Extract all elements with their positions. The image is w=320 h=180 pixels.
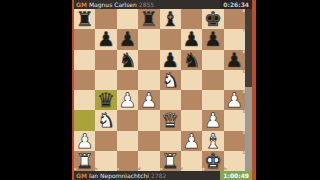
square-h3[interactable]: 3 <box>224 110 245 130</box>
square-c3[interactable] <box>117 110 138 130</box>
player-top-name: Magnus Carlsen <box>89 0 137 9</box>
square-h2[interactable]: 2 <box>224 131 245 151</box>
black-pawn[interactable]: ♟ <box>161 50 179 70</box>
square-f8[interactable] <box>181 9 202 29</box>
black-queen[interactable]: ♛ <box>97 90 115 110</box>
square-e5[interactable]: ♞ <box>160 70 181 90</box>
white-pawn[interactable]: ♟ <box>183 131 201 151</box>
square-f4[interactable] <box>181 90 202 110</box>
square-b4[interactable]: ♛ <box>95 90 116 110</box>
white-pawn[interactable]: ♟ <box>118 90 136 110</box>
square-g1[interactable]: ♚g <box>202 151 223 171</box>
square-a3[interactable] <box>74 110 95 130</box>
black-pawn[interactable]: ♟ <box>183 29 201 49</box>
player-top-title: GM <box>76 0 87 9</box>
board-panel: GM Magnus Carlsen 2855 0:26:34 ♜♜♝♚8♟♟♟♟… <box>74 0 252 180</box>
square-e1[interactable]: ♜e <box>160 151 181 171</box>
square-d4[interactable]: ♟ <box>138 90 159 110</box>
square-g8[interactable]: ♚ <box>202 9 223 29</box>
square-h4[interactable]: ♟4 <box>224 90 245 110</box>
square-d7[interactable] <box>138 29 159 49</box>
square-f2[interactable]: ♟ <box>181 131 202 151</box>
square-g3[interactable]: ♟ <box>202 110 223 130</box>
black-knight[interactable]: ♞ <box>118 50 136 70</box>
player-top-rating: 2855 <box>139 0 154 9</box>
square-e3[interactable]: ♛ <box>160 110 181 130</box>
square-a4[interactable] <box>74 90 95 110</box>
black-bishop[interactable]: ♝ <box>161 9 179 29</box>
broadcast-frame: GM Magnus Carlsen 2855 0:26:34 ♜♜♝♚8♟♟♟♟… <box>72 0 256 180</box>
square-a2[interactable]: ♟ <box>74 131 95 151</box>
square-f7[interactable]: ♟ <box>181 29 202 49</box>
square-g5[interactable] <box>202 70 223 90</box>
white-rook[interactable]: ♜ <box>76 151 94 171</box>
square-b8[interactable] <box>95 9 116 29</box>
square-c4[interactable]: ♟ <box>117 90 138 110</box>
black-pawn[interactable]: ♟ <box>118 29 136 49</box>
square-e6[interactable]: ♟ <box>160 50 181 70</box>
clock-bottom: 1:00:49 <box>220 171 252 180</box>
square-h1[interactable]: 1h <box>224 151 245 171</box>
square-a1[interactable]: ♜a <box>74 151 95 171</box>
white-queen[interactable]: ♛ <box>161 110 179 130</box>
square-g4[interactable] <box>202 90 223 110</box>
square-f5[interactable] <box>181 70 202 90</box>
eval-bar-white-part <box>245 87 252 171</box>
video-stage: GM Magnus Carlsen 2855 0:26:34 ♜♜♝♚8♟♟♟♟… <box>0 0 320 180</box>
square-g2[interactable]: ♝ <box>202 131 223 151</box>
player-bottom-rating: 2782 <box>151 171 166 180</box>
chess-board[interactable]: ♜♜♝♚8♟♟♟♟7♞♟♞♟6♞5♛♟♟♟4♞♛♟3♟♟♝2♜abcd♜ef♚g… <box>74 9 245 171</box>
white-king[interactable]: ♚ <box>204 151 222 171</box>
square-h7[interactable]: 7 <box>224 29 245 49</box>
square-d5[interactable] <box>138 70 159 90</box>
black-pawn[interactable]: ♟ <box>225 50 243 70</box>
square-a6[interactable] <box>74 50 95 70</box>
square-b2[interactable] <box>95 131 116 151</box>
square-a5[interactable] <box>74 70 95 90</box>
black-knight[interactable]: ♞ <box>183 50 201 70</box>
square-b1[interactable]: b <box>95 151 116 171</box>
square-f6[interactable]: ♞ <box>181 50 202 70</box>
player-bottom-title: GM <box>76 171 87 180</box>
square-c6[interactable]: ♞ <box>117 50 138 70</box>
white-knight[interactable]: ♞ <box>161 70 179 90</box>
square-d6[interactable] <box>138 50 159 70</box>
white-pawn[interactable]: ♟ <box>76 131 94 151</box>
square-d1[interactable]: d <box>138 151 159 171</box>
square-a7[interactable] <box>74 29 95 49</box>
square-e2[interactable] <box>160 131 181 151</box>
white-pawn[interactable]: ♟ <box>204 110 222 130</box>
square-e8[interactable]: ♝ <box>160 9 181 29</box>
square-g6[interactable] <box>202 50 223 70</box>
player-bar-top: GM Magnus Carlsen 2855 0:26:34 <box>74 0 252 9</box>
clock-top: 0:26:34 <box>220 0 252 9</box>
white-rook[interactable]: ♜ <box>161 151 179 171</box>
square-e4[interactable] <box>160 90 181 110</box>
square-d8[interactable]: ♜ <box>138 9 159 29</box>
eval-bar-black-part <box>245 9 252 87</box>
white-bishop[interactable]: ♝ <box>204 131 222 151</box>
square-c8[interactable] <box>117 9 138 29</box>
black-pawn[interactable]: ♟ <box>97 29 115 49</box>
player-bar-bottom: GM Ian Nepomniachtchi 2782 1:00:49 <box>74 171 252 180</box>
square-c7[interactable]: ♟ <box>117 29 138 49</box>
square-f3[interactable] <box>181 110 202 130</box>
square-b6[interactable] <box>95 50 116 70</box>
black-rook[interactable]: ♜ <box>140 9 158 29</box>
square-d2[interactable] <box>138 131 159 151</box>
square-h8[interactable]: 8 <box>224 9 245 29</box>
white-knight[interactable]: ♞ <box>97 110 115 130</box>
white-pawn[interactable]: ♟ <box>225 90 243 110</box>
black-king[interactable]: ♚ <box>204 9 222 29</box>
white-pawn[interactable]: ♟ <box>140 90 158 110</box>
eval-bar <box>245 9 252 171</box>
square-h5[interactable]: 5 <box>224 70 245 90</box>
square-b7[interactable]: ♟ <box>95 29 116 49</box>
black-rook[interactable]: ♜ <box>76 9 94 29</box>
square-g7[interactable]: ♟ <box>202 29 223 49</box>
square-h6[interactable]: ♟6 <box>224 50 245 70</box>
square-b5[interactable] <box>95 70 116 90</box>
square-c5[interactable] <box>117 70 138 90</box>
square-b3[interactable]: ♞ <box>95 110 116 130</box>
square-f1[interactable]: f <box>181 151 202 171</box>
square-c2[interactable] <box>117 131 138 151</box>
square-e7[interactable] <box>160 29 181 49</box>
black-pawn[interactable]: ♟ <box>204 29 222 49</box>
square-a8[interactable]: ♜ <box>74 9 95 29</box>
square-c1[interactable]: c <box>117 151 138 171</box>
square-d3[interactable] <box>138 110 159 130</box>
player-bottom-name: Ian Nepomniachtchi <box>89 171 149 180</box>
